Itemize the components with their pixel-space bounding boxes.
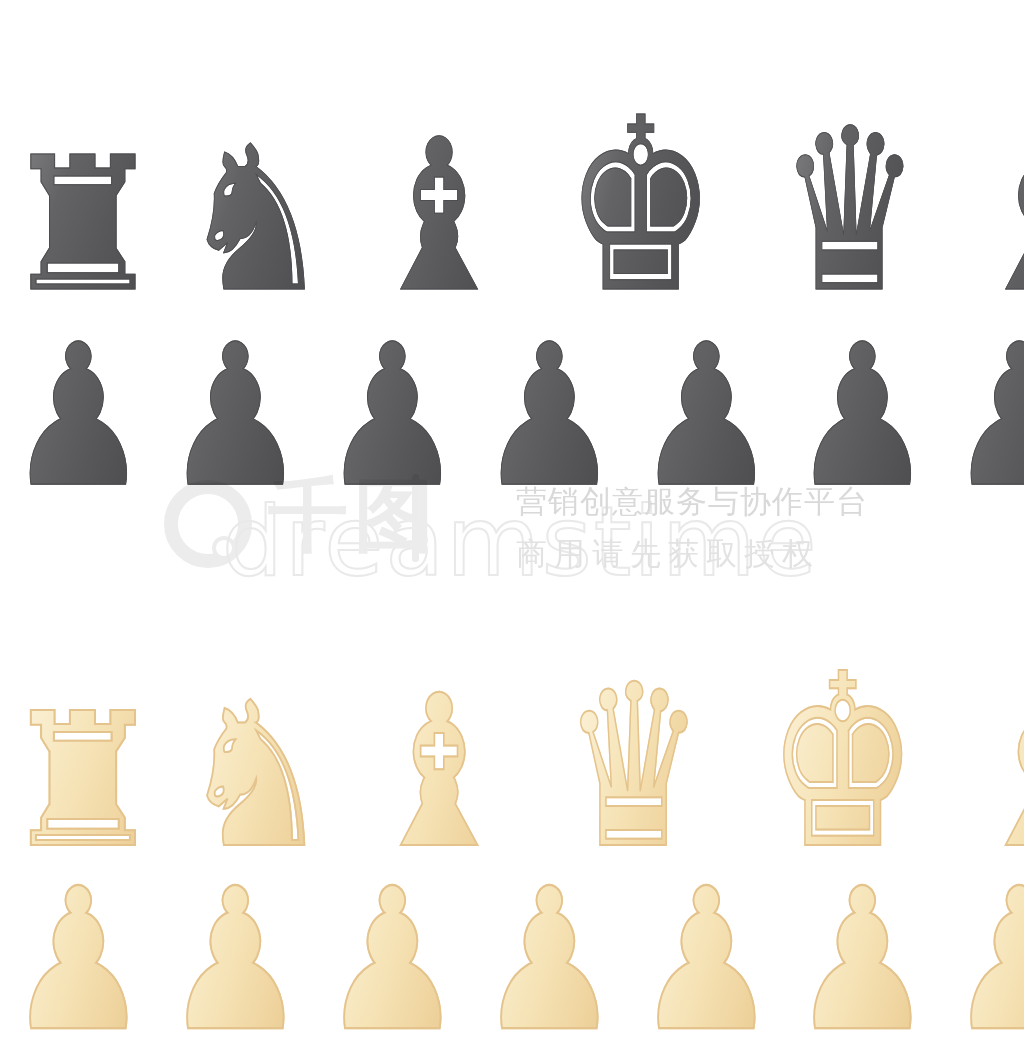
piece-white-pawn: ♟ [320,862,464,1038]
piece-white-pawn: ♟ [6,862,150,1038]
piece-black-pawn: ♟ [634,318,778,514]
piece-white-pawn: ♟ [163,862,307,1038]
piece-black-bishop: ♝ [366,112,513,322]
piece-white-bishop: ♝ [366,668,513,878]
piece-black-pawn: ♟ [948,318,1024,514]
watermark-license-note: 商用请先获取授权 [516,538,820,569]
qiantu-logo-dot-icon [212,536,236,560]
piece-white-rook: ♜ [0,689,166,874]
watermark: dreamstime 千图 营销创意服务与协作平台 商用请先获取授权 [150,468,890,593]
piece-black-pawn: ♟ [320,318,464,514]
piece-white-knight: ♞ [179,676,331,876]
chess-piece-set-illustration: ♜♞♝♚♛♝♞♜ ♟♟♟♟♟♟♟♟ ♜♞♝♛♚♝♞♜ ♟♟♟♟♟♟♟♟ drea… [0,0,1024,1038]
piece-black-pawn: ♟ [163,318,307,514]
qiantu-logo-icon [164,480,252,568]
piece-black-king: ♚ [566,86,717,326]
piece-white-queen: ♛ [564,655,705,880]
piece-black-pawn: ♟ [477,318,621,514]
piece-white-pawn: ♟ [948,862,1024,1038]
white-back-rank-row: ♜♞♝♛♚♝♞♜ [0,552,1024,844]
piece-white-pawn: ♟ [477,862,621,1038]
piece-black-bishop: ♝ [971,112,1024,322]
watermark-divider [412,474,419,562]
black-back-rank-row: ♜♞♝♚♛♝♞♜ [0,0,1024,288]
black-pawns-row: ♟♟♟♟♟♟♟♟ [0,322,1024,486]
piece-black-rook: ♜ [0,133,166,318]
piece-white-pawn: ♟ [634,862,778,1038]
piece-black-pawn: ♟ [791,318,935,514]
watermark-slogan: 营销创意服务与协作平台 [516,486,868,517]
qiantu-logo-text: 千图 [268,476,440,556]
piece-black-knight: ♞ [179,120,331,320]
piece-black-pawn: ♟ [6,318,150,514]
white-pawns-row: ♟♟♟♟♟♟♟♟ [0,872,1024,1030]
dreamstime-watermark-text: dreamstime [222,494,819,590]
piece-black-queen: ♛ [779,99,920,324]
piece-white-king: ♚ [767,642,918,882]
piece-white-bishop: ♝ [971,668,1024,878]
piece-white-pawn: ♟ [791,862,935,1038]
